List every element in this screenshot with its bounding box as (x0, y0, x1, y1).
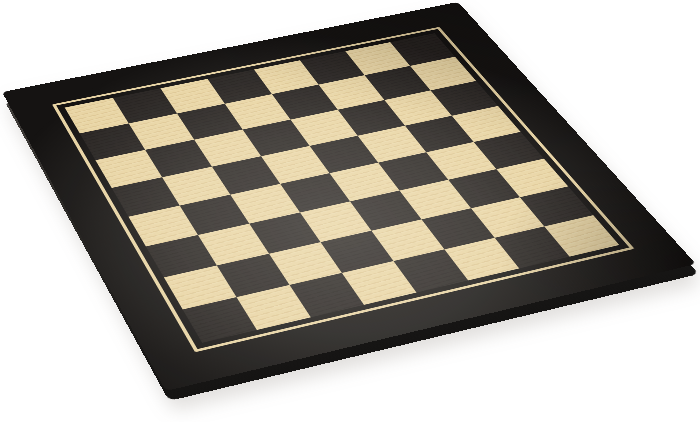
playing-field (65, 33, 620, 343)
chessboard-top-surface (2, 2, 696, 391)
chessboard (0, 0, 700, 422)
product-photo-scene (0, 0, 700, 422)
